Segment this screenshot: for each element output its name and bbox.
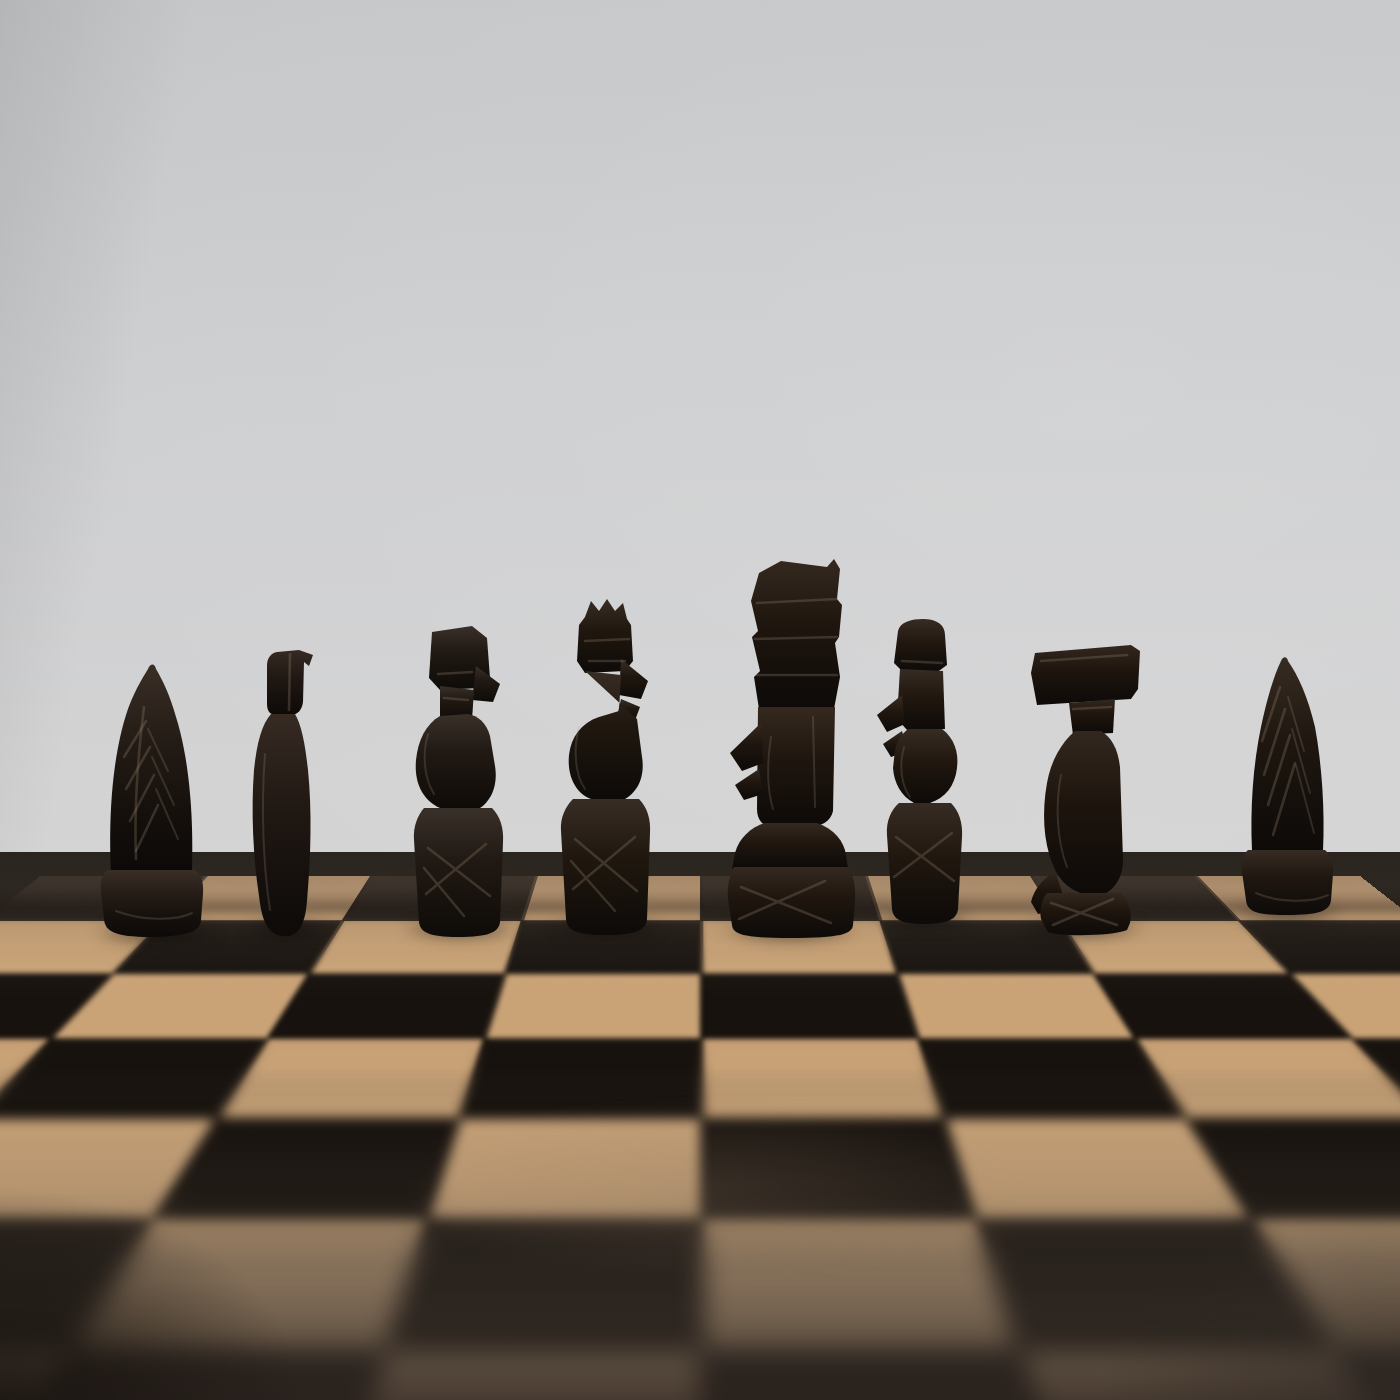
vignette-left [0, 980, 560, 1400]
piece-h8-rook: ♜ [1226, 653, 1346, 921]
piece-f8-bishop: ♝ [866, 619, 976, 927]
piece-b8-knight: ♞ [241, 650, 325, 940]
piece-a8-rook: ♜ [84, 659, 219, 944]
vignette-right [840, 1020, 1400, 1400]
piece-c8-bishop: ♝ [394, 626, 519, 938]
photo-scene: ♜ ♞ ♝ [0, 0, 1400, 1400]
piece-g8-knight: ♞ [1017, 645, 1152, 937]
piece-d8-queen: ♛ [541, 599, 666, 937]
piece-e8-king: ♚ [713, 557, 863, 939]
